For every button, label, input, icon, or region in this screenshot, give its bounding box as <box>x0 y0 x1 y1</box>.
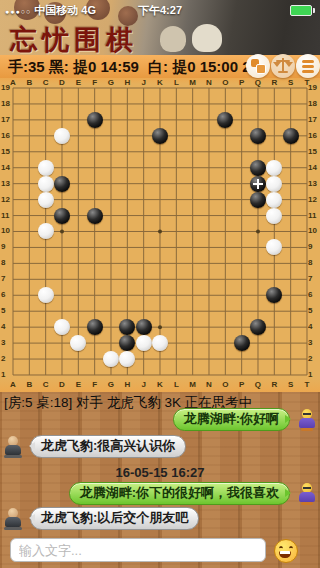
board-coordinate: 4 <box>1 322 5 331</box>
board-coordinate: F <box>92 78 97 87</box>
player-avatar[interactable] <box>2 507 24 531</box>
board-coordinate: 14 <box>1 163 10 172</box>
board-coordinate: Q <box>255 78 261 87</box>
board-coordinate: 2 <box>1 354 5 363</box>
emoji-button[interactable] <box>274 539 298 563</box>
board-coordinate: 7 <box>1 274 5 283</box>
board-coordinate: 5 <box>308 306 312 315</box>
board-coordinate: O <box>222 78 228 87</box>
board-coordinate: B <box>26 380 32 389</box>
board-coordinate: 3 <box>308 338 312 347</box>
board-coordinate: E <box>76 380 81 389</box>
stone-black-D13 <box>54 176 70 192</box>
board-coordinate: S <box>288 380 293 389</box>
board-coordinate: 17 <box>1 115 10 124</box>
board-coordinate: 11 <box>308 211 316 220</box>
stone-black-S16 <box>283 128 299 144</box>
stone-white-R14 <box>266 160 282 176</box>
stone-white-R13 <box>266 176 282 192</box>
chat-timestamp: 16-05-15 16:27 <box>0 465 320 480</box>
banner-painting-figure <box>160 26 186 52</box>
board-coordinate: D <box>59 380 65 389</box>
board-coordinate: 8 <box>308 258 312 267</box>
board-coordinate: K <box>157 380 163 389</box>
chat-message: 龙腾湖畔:你好啊 <box>173 408 318 432</box>
board-coordinate: 1 <box>308 370 312 379</box>
board-coordinate: M <box>189 78 196 87</box>
board-coordinate: 12 <box>308 195 317 204</box>
board-coordinate: 18 <box>1 99 10 108</box>
board-coordinate: T <box>305 380 310 389</box>
menu-button[interactable] <box>296 54 320 78</box>
boards-button[interactable] <box>246 54 270 78</box>
opponent-avatar[interactable] <box>296 408 318 432</box>
board-coordinate: J <box>141 380 145 389</box>
go-board[interactable]: AABBCCDDEEFFGGHHJJKKLLMMNNOOPPQQRRSSTT19… <box>0 78 320 392</box>
board-coordinate: C <box>43 380 49 389</box>
board-coordinate: H <box>124 380 130 389</box>
stone-white-C6 <box>38 287 54 303</box>
board-coordinate: 16 <box>308 131 317 140</box>
chat-message: 龙腾湖畔:你下的很好啊，我很喜欢 <box>69 482 318 506</box>
board-coordinate: 9 <box>1 242 5 251</box>
white-player-status: 白: 提0 15:00 23 <box>148 55 259 78</box>
board-coordinate: 13 <box>1 179 10 188</box>
board-coordinate: 15 <box>1 147 10 156</box>
stone-white-R12 <box>266 192 282 208</box>
board-coordinate: 16 <box>1 131 10 140</box>
board-coordinate: 12 <box>1 195 10 204</box>
chat-input-bar <box>0 536 320 566</box>
battery-icon <box>290 5 312 16</box>
board-coordinate: 6 <box>1 290 5 299</box>
stone-black-P3 <box>234 335 250 351</box>
chat-bubble: 龙虎飞豹:以后交个朋友吧 <box>30 507 199 530</box>
board-coordinate: L <box>174 78 179 87</box>
board-coordinate: 10 <box>1 226 10 235</box>
stone-white-C14 <box>38 160 54 176</box>
stone-black-Q16 <box>250 128 266 144</box>
chat-panel: [房:5 桌:18] 对手 龙虎飞豹 3K 正在思考中 龙腾湖畔:你好啊 龙虎飞… <box>0 392 320 568</box>
board-coordinate: 15 <box>308 147 317 156</box>
black-player-status: 手:35 黑: 提0 14:59 <box>8 55 139 78</box>
board-coordinate: 8 <box>1 258 5 267</box>
board-coordinate: F <box>92 380 97 389</box>
chat-message: 龙虎飞豹:很高兴认识你 <box>2 435 186 459</box>
board-coordinate: A <box>10 78 16 87</box>
board-coordinate: 18 <box>308 99 317 108</box>
board-coordinate: 4 <box>308 322 312 331</box>
stone-white-C13 <box>38 176 54 192</box>
stone-black-Q14 <box>250 160 266 176</box>
stone-white-C12 <box>38 192 54 208</box>
board-coordinate: 5 <box>1 306 5 315</box>
board-coordinate: 13 <box>308 179 317 188</box>
chat-bubble: 龙虎飞豹:很高兴认识你 <box>30 435 186 458</box>
board-coordinate: P <box>239 78 244 87</box>
judge-button[interactable] <box>271 54 295 78</box>
board-coordinate: 14 <box>308 163 317 172</box>
board-coordinate: C <box>43 78 49 87</box>
stone-black-Q12 <box>250 192 266 208</box>
board-coordinate: 19 <box>308 83 317 92</box>
ios-status-bar: ●●●○○ 中国移动 4G 下午4:27 <box>0 0 320 20</box>
board-coordinate: 11 <box>1 211 9 220</box>
menu-icon <box>302 60 314 63</box>
board-coordinate: S <box>288 78 293 87</box>
board-coordinate: G <box>108 380 114 389</box>
stone-black-F17 <box>87 112 103 128</box>
player-avatar[interactable] <box>2 435 24 459</box>
board-coordinate: R <box>271 380 277 389</box>
board-coordinate: B <box>26 78 32 87</box>
stone-black-Q13 <box>250 176 266 192</box>
board-coordinate: D <box>59 78 65 87</box>
clock-label: 下午4:27 <box>0 3 320 18</box>
stone-white-J3 <box>136 335 152 351</box>
board-coordinate: 2 <box>308 354 312 363</box>
stone-white-D16 <box>54 128 70 144</box>
board-coordinate: J <box>141 78 145 87</box>
banner-painting-figure <box>192 24 222 52</box>
board-coordinate: N <box>206 78 212 87</box>
chat-message: 龙虎飞豹:以后交个朋友吧 <box>2 507 199 531</box>
stone-white-K3 <box>152 335 168 351</box>
stone-white-R11 <box>266 208 282 224</box>
board-coordinate: P <box>239 380 244 389</box>
board-coordinate: Q <box>255 380 261 389</box>
board-coordinate: G <box>108 78 114 87</box>
opponent-avatar[interactable] <box>296 482 318 506</box>
board-coordinate: R <box>271 78 277 87</box>
board-coordinate: 17 <box>308 115 317 124</box>
board-coordinate: K <box>157 78 163 87</box>
board-coordinate: 1 <box>1 370 5 379</box>
board-coordinate: 9 <box>308 242 312 251</box>
board-coordinate: 19 <box>1 83 10 92</box>
board-coordinate: O <box>222 380 228 389</box>
board-coordinate: H <box>124 78 130 87</box>
board-coordinate: 10 <box>308 226 317 235</box>
board-coordinate: A <box>10 380 16 389</box>
stone-black-J4 <box>136 319 152 335</box>
stone-black-F4 <box>87 319 103 335</box>
chat-bubble: 龙腾湖畔:你下的很好啊，我很喜欢 <box>69 482 290 505</box>
board-coordinate: 7 <box>308 274 312 283</box>
stone-black-D11 <box>54 208 70 224</box>
stone-white-G2 <box>103 351 119 367</box>
chat-input[interactable] <box>10 538 266 562</box>
stone-black-K16 <box>152 128 168 144</box>
chat-bubble: 龙腾湖畔:你好啊 <box>173 408 290 431</box>
board-coordinate: N <box>206 380 212 389</box>
app-logo: 忘忧围棋 <box>10 22 138 55</box>
board-coordinate: E <box>76 78 81 87</box>
board-coordinate: 3 <box>1 338 5 347</box>
board-coordinate: M <box>189 380 196 389</box>
last-move-marker <box>250 176 266 192</box>
board-coordinate: L <box>174 380 179 389</box>
board-coordinate: 6 <box>308 290 312 299</box>
stone-black-F11 <box>87 208 103 224</box>
